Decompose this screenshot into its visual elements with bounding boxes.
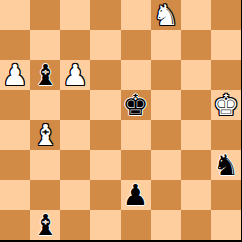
square-b6[interactable]: ♝: [30, 60, 60, 90]
square-f1[interactable]: [151, 210, 181, 240]
square-g2[interactable]: [181, 180, 211, 210]
piece-white-king-h5[interactable]: ♚: [213, 90, 239, 120]
square-g5[interactable]: [181, 90, 211, 120]
square-f2[interactable]: [151, 180, 181, 210]
square-h5[interactable]: ♚: [211, 90, 241, 120]
square-e3[interactable]: [121, 150, 151, 180]
square-c6[interactable]: ♟: [60, 60, 90, 90]
square-a6[interactable]: ♟: [0, 60, 30, 90]
square-e1[interactable]: [121, 210, 151, 240]
chess-board: ♞♟♝♟♚♚♝♞♟♝: [0, 0, 241, 240]
square-h4[interactable]: [211, 120, 241, 150]
chess-board-frame: ♞♟♝♟♚♚♝♞♟♝: [0, 0, 242, 242]
square-a8[interactable]: [0, 0, 30, 30]
piece-white-pawn-a6[interactable]: ♟: [2, 60, 28, 90]
square-e4[interactable]: [121, 120, 151, 150]
square-a4[interactable]: [0, 120, 30, 150]
piece-white-knight-f8[interactable]: ♞: [153, 0, 179, 30]
square-b8[interactable]: [30, 0, 60, 30]
square-a5[interactable]: [0, 90, 30, 120]
square-h1[interactable]: [211, 210, 241, 240]
square-d2[interactable]: [90, 180, 120, 210]
square-c5[interactable]: [60, 90, 90, 120]
square-e5[interactable]: ♚: [121, 90, 151, 120]
square-a1[interactable]: [0, 210, 30, 240]
square-f7[interactable]: [151, 30, 181, 60]
square-g7[interactable]: [181, 30, 211, 60]
piece-black-bishop-b6[interactable]: ♝: [32, 60, 58, 90]
square-a2[interactable]: [0, 180, 30, 210]
square-h7[interactable]: [211, 30, 241, 60]
square-d6[interactable]: [90, 60, 120, 90]
piece-white-bishop-b4[interactable]: ♝: [32, 120, 58, 150]
square-c1[interactable]: [60, 210, 90, 240]
square-g6[interactable]: [181, 60, 211, 90]
square-b3[interactable]: [30, 150, 60, 180]
square-e2[interactable]: ♟: [121, 180, 151, 210]
square-d4[interactable]: [90, 120, 120, 150]
square-c7[interactable]: [60, 30, 90, 60]
square-e6[interactable]: [121, 60, 151, 90]
square-f4[interactable]: [151, 120, 181, 150]
square-d1[interactable]: [90, 210, 120, 240]
square-d5[interactable]: [90, 90, 120, 120]
square-h8[interactable]: [211, 0, 241, 30]
square-g3[interactable]: [181, 150, 211, 180]
square-h2[interactable]: [211, 180, 241, 210]
square-b1[interactable]: ♝: [30, 210, 60, 240]
square-h6[interactable]: [211, 60, 241, 90]
piece-white-pawn-c6[interactable]: ♟: [62, 60, 88, 90]
square-g4[interactable]: [181, 120, 211, 150]
square-f5[interactable]: [151, 90, 181, 120]
square-b2[interactable]: [30, 180, 60, 210]
square-b7[interactable]: [30, 30, 60, 60]
piece-black-knight-h3[interactable]: ♞: [213, 150, 239, 180]
square-b4[interactable]: ♝: [30, 120, 60, 150]
square-e8[interactable]: [121, 0, 151, 30]
square-g1[interactable]: [181, 210, 211, 240]
piece-black-bishop-b1[interactable]: ♝: [32, 210, 58, 240]
square-f6[interactable]: [151, 60, 181, 90]
square-c4[interactable]: [60, 120, 90, 150]
square-d7[interactable]: [90, 30, 120, 60]
square-e7[interactable]: [121, 30, 151, 60]
square-a7[interactable]: [0, 30, 30, 60]
piece-black-pawn-e2[interactable]: ♟: [123, 180, 149, 210]
square-b5[interactable]: [30, 90, 60, 120]
square-c8[interactable]: [60, 0, 90, 30]
square-f8[interactable]: ♞: [151, 0, 181, 30]
square-c3[interactable]: [60, 150, 90, 180]
square-g8[interactable]: [181, 0, 211, 30]
piece-black-king-e5[interactable]: ♚: [123, 90, 149, 120]
square-d3[interactable]: [90, 150, 120, 180]
square-a3[interactable]: [0, 150, 30, 180]
square-f3[interactable]: [151, 150, 181, 180]
square-h3[interactable]: ♞: [211, 150, 241, 180]
square-c2[interactable]: [60, 180, 90, 210]
square-d8[interactable]: [90, 0, 120, 30]
